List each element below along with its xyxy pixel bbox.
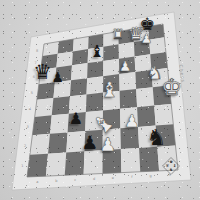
file-label-g: g [150,174,152,178]
square-b4 [52,96,70,115]
file-label-e: e [112,176,114,180]
square-a2 [30,134,50,155]
square-c7 [72,49,88,65]
chessboard: abcdefgh87654321Chess♚♛♝♞ [0,0,200,200]
square-a5 [37,82,55,100]
rank-label-6: 6 [33,75,35,79]
square-f6 [119,57,135,75]
square-e1 [103,149,122,173]
square-a7 [41,54,58,70]
square-g2 [138,126,157,148]
square-e5 [103,74,120,92]
square-c3 [68,112,86,132]
square-e2 [103,128,121,150]
square-d7 [88,47,104,63]
square-a3 [32,115,51,135]
square-b1 [46,152,66,176]
square-f4 [120,89,137,109]
file-label-d: d [93,177,95,181]
square-d6 [87,61,103,78]
rank-label-7: 7 [34,61,36,65]
square-g5 [135,70,152,89]
square-f3 [120,107,138,128]
square-d5 [87,76,104,94]
rank-label-3: 3 [26,125,28,129]
rank-label-8: 8 [36,49,38,53]
square-e7 [103,44,119,61]
square-d2 [84,130,102,152]
file-label-a: a [36,180,38,184]
square-g6 [135,54,152,72]
square-b6 [55,65,72,82]
square-f1 [121,148,140,173]
square-b2 [48,132,68,153]
square-a4 [35,98,54,117]
rank-label-5: 5 [31,91,33,95]
square-g4 [136,87,154,107]
square-h5 [151,68,169,87]
rank-label-2: 2 [24,144,26,148]
square-c4 [69,94,87,113]
square-b5 [53,80,71,98]
square-a1 [27,154,48,177]
square-e4 [103,91,120,111]
square-h7 [149,37,166,54]
square-f5 [119,72,136,91]
square-h6 [150,52,167,70]
square-b7 [56,51,73,67]
square-h3 [154,104,173,126]
square-e3 [103,109,121,130]
square-h2 [156,124,176,147]
logo-glyph-2: ♝ [173,163,177,168]
logo-glyph-3: ♞ [169,167,173,172]
rank-label-1: 1 [21,164,23,168]
chessboard-photo: abcdefgh87654321Chess♚♛♝♞ ♜♛♚♝♟♛♟♟♞♟♝♚♝♟… [0,0,200,200]
square-d4 [86,93,103,112]
square-a6 [39,67,57,84]
square-c1 [65,151,85,175]
file-label-c: c [74,178,76,182]
square-f2 [120,127,139,149]
square-h4 [153,85,171,105]
square-g1 [139,147,159,172]
square-c6 [71,63,88,80]
square-f7 [119,42,135,59]
square-c5 [70,78,87,96]
square-g3 [137,106,156,127]
square-e6 [103,59,119,76]
square-g7 [134,40,150,57]
square-d1 [84,150,103,174]
square-d3 [85,110,103,131]
square-c2 [66,131,85,152]
square-b3 [50,114,69,134]
